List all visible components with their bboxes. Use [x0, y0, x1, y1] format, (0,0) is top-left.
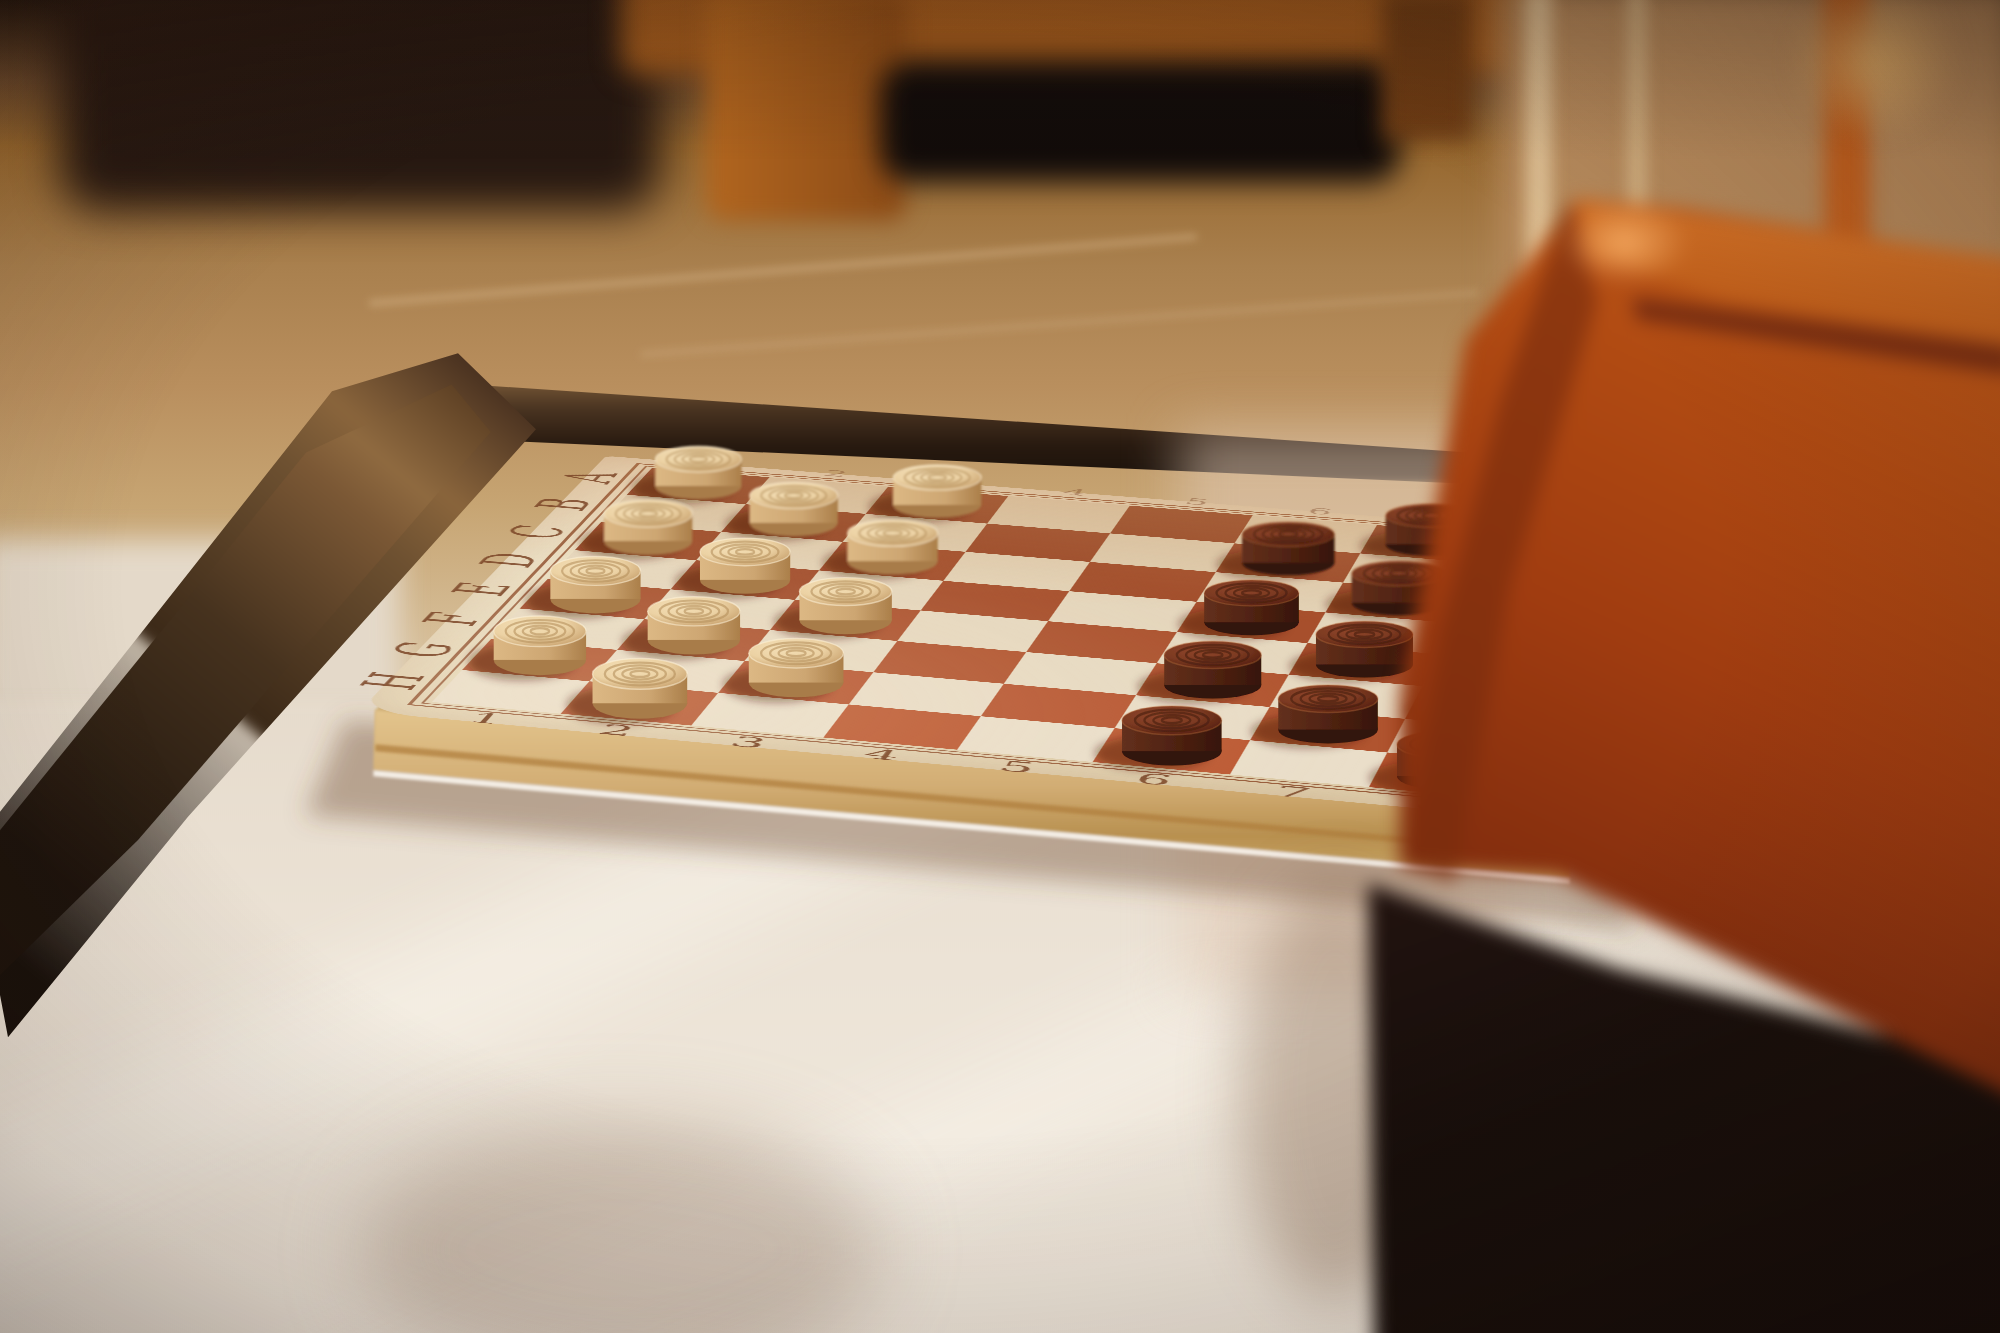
orange-object-highlight — [1560, 200, 1690, 285]
photo-scene: ABCDEFGH1122334455667788 — [0, 0, 2000, 1333]
orange-object — [0, 0, 2000, 1333]
